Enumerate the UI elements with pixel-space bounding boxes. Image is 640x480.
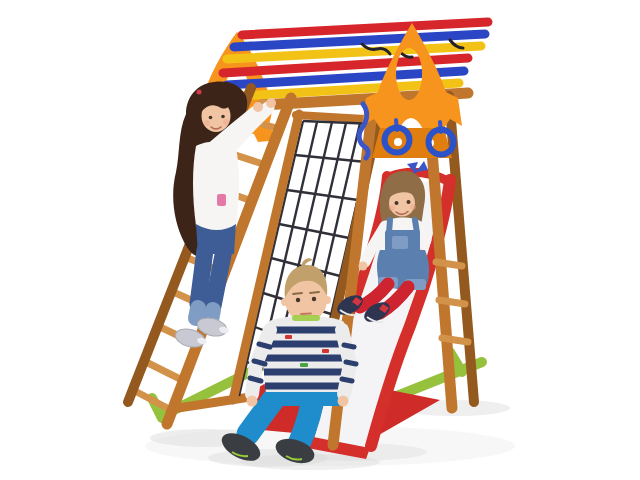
boy-collar [292,315,320,321]
girl1-hairclip [197,90,202,95]
monkey-bars [223,22,488,96]
product-photo [0,0,640,480]
girl1-logo [217,194,226,206]
play-gym-scene [0,0,640,480]
girl1-sweater [193,142,239,232]
girl-climbing-ladder [173,82,276,351]
